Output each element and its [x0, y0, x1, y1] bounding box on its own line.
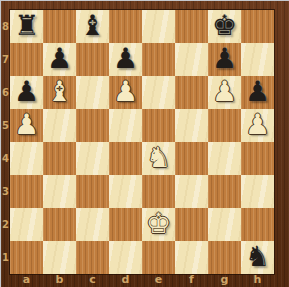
square-c2[interactable] — [76, 208, 109, 241]
square-c6[interactable] — [76, 76, 109, 109]
square-f2[interactable] — [175, 208, 208, 241]
square-g6[interactable]: ♟ — [208, 76, 241, 109]
black-pawn-icon[interactable]: ♟ — [43, 43, 76, 76]
square-h4[interactable] — [241, 142, 274, 175]
square-g3[interactable] — [208, 175, 241, 208]
white-king-icon[interactable]: ♚ — [142, 208, 175, 241]
square-c8[interactable]: ♝ — [76, 10, 109, 43]
square-h7[interactable] — [241, 43, 274, 76]
square-f3[interactable] — [175, 175, 208, 208]
square-a7[interactable] — [10, 43, 43, 76]
black-bishop-icon[interactable]: ♝ — [76, 10, 109, 43]
rank-label-6: 6 — [1, 76, 10, 109]
square-e6[interactable] — [142, 76, 175, 109]
square-f6[interactable] — [175, 76, 208, 109]
square-a1[interactable] — [10, 241, 43, 274]
square-c4[interactable] — [76, 142, 109, 175]
square-f8[interactable] — [175, 10, 208, 43]
file-label-g: g — [208, 273, 241, 287]
rank-label-7: 7 — [1, 43, 10, 76]
white-pawn-icon[interactable]: ♟ — [109, 76, 142, 109]
square-f4[interactable] — [175, 142, 208, 175]
white-bishop-icon[interactable]: ♝ — [43, 76, 76, 109]
square-g4[interactable] — [208, 142, 241, 175]
black-knight-icon[interactable]: ♞ — [241, 241, 274, 274]
square-d7[interactable]: ♟ — [109, 43, 142, 76]
rank-label-4: 4 — [1, 142, 10, 175]
file-label-a: a — [10, 273, 43, 287]
square-d8[interactable] — [109, 10, 142, 43]
square-h6[interactable]: ♟ — [241, 76, 274, 109]
rank-label-3: 3 — [1, 175, 10, 208]
square-d4[interactable] — [109, 142, 142, 175]
square-a3[interactable] — [10, 175, 43, 208]
white-pawn-icon[interactable]: ♟ — [241, 109, 274, 142]
file-label-b: b — [43, 273, 76, 287]
black-pawn-icon[interactable]: ♟ — [241, 76, 274, 109]
square-d1[interactable] — [109, 241, 142, 274]
file-label-h: h — [241, 273, 274, 287]
square-a5[interactable]: ♟ — [10, 109, 43, 142]
square-d6[interactable]: ♟ — [109, 76, 142, 109]
file-label-f: f — [175, 273, 208, 287]
square-f1[interactable] — [175, 241, 208, 274]
rank-label-1: 1 — [1, 241, 10, 274]
square-d3[interactable] — [109, 175, 142, 208]
square-b6[interactable]: ♝ — [43, 76, 76, 109]
square-g1[interactable] — [208, 241, 241, 274]
white-pawn-icon[interactable]: ♟ — [10, 109, 43, 142]
square-e5[interactable] — [142, 109, 175, 142]
chess-board: ♜♝♚♟♟♟♟♝♟♟♟♟♟♞♚♞ — [10, 10, 274, 274]
square-d2[interactable] — [109, 208, 142, 241]
square-c1[interactable] — [76, 241, 109, 274]
square-g5[interactable] — [208, 109, 241, 142]
square-f5[interactable] — [175, 109, 208, 142]
square-h1[interactable]: ♞ — [241, 241, 274, 274]
square-e4[interactable]: ♞ — [142, 142, 175, 175]
square-b1[interactable] — [43, 241, 76, 274]
square-b2[interactable] — [43, 208, 76, 241]
square-b4[interactable] — [43, 142, 76, 175]
black-pawn-icon[interactable]: ♟ — [208, 43, 241, 76]
square-e1[interactable] — [142, 241, 175, 274]
square-g2[interactable] — [208, 208, 241, 241]
square-c7[interactable] — [76, 43, 109, 76]
rank-label-5: 5 — [1, 109, 10, 142]
rank-label-8: 8 — [1, 10, 10, 43]
square-g7[interactable]: ♟ — [208, 43, 241, 76]
square-a6[interactable]: ♟ — [10, 76, 43, 109]
square-c5[interactable] — [76, 109, 109, 142]
black-pawn-icon[interactable]: ♟ — [109, 43, 142, 76]
white-pawn-icon[interactable]: ♟ — [208, 76, 241, 109]
rank-label-2: 2 — [1, 208, 10, 241]
square-e3[interactable] — [142, 175, 175, 208]
square-h5[interactable]: ♟ — [241, 109, 274, 142]
square-a8[interactable]: ♜ — [10, 10, 43, 43]
black-king-icon[interactable]: ♚ — [208, 10, 241, 43]
square-a2[interactable] — [10, 208, 43, 241]
square-f7[interactable] — [175, 43, 208, 76]
white-knight-icon[interactable]: ♞ — [142, 142, 175, 175]
square-a4[interactable] — [10, 142, 43, 175]
board-frame: ♜♝♚♟♟♟♟♝♟♟♟♟♟♞♚♞ 87654321 abcdefgh — [0, 0, 289, 287]
square-h2[interactable] — [241, 208, 274, 241]
square-e2[interactable]: ♚ — [142, 208, 175, 241]
square-b8[interactable] — [43, 10, 76, 43]
file-label-d: d — [109, 273, 142, 287]
black-rook-icon[interactable]: ♜ — [10, 10, 43, 43]
square-g8[interactable]: ♚ — [208, 10, 241, 43]
square-h8[interactable] — [241, 10, 274, 43]
file-label-e: e — [142, 273, 175, 287]
black-pawn-icon[interactable]: ♟ — [10, 76, 43, 109]
square-e8[interactable] — [142, 10, 175, 43]
square-d5[interactable] — [109, 109, 142, 142]
square-e7[interactable] — [142, 43, 175, 76]
square-b3[interactable] — [43, 175, 76, 208]
square-b5[interactable] — [43, 109, 76, 142]
square-c3[interactable] — [76, 175, 109, 208]
square-h3[interactable] — [241, 175, 274, 208]
square-b7[interactable]: ♟ — [43, 43, 76, 76]
file-label-c: c — [76, 273, 109, 287]
